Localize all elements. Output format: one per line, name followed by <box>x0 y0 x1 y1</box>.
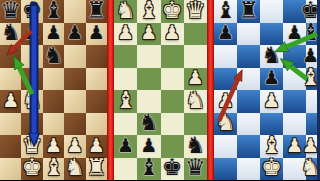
red-divider-right <box>207 0 214 180</box>
square: ♟ <box>214 90 237 113</box>
square <box>114 158 137 181</box>
square <box>214 158 237 181</box>
square: ♜ <box>86 0 107 23</box>
white-king-piece: ♚ <box>21 157 42 180</box>
white-pawn-piece: ♟ <box>0 89 21 112</box>
square <box>283 158 306 181</box>
square <box>237 158 260 181</box>
white-rook-piece: ♜ <box>86 157 107 180</box>
square <box>237 68 260 91</box>
square <box>64 45 85 68</box>
left-board: ♛♚♝♜♞♟♟♟♟♞♟♞♛♟♟♟♚♝♞♜ <box>0 0 107 180</box>
black-knight-piece: ♞ <box>137 112 160 135</box>
square <box>237 135 260 158</box>
white-king-piece: ♚ <box>161 0 184 22</box>
square <box>161 135 184 158</box>
middle-board-panel: ♞♝♚♛♟♟♟♟♝♞♞♟♟♞♝♚♛ <box>114 0 207 180</box>
square: ♟ <box>64 23 85 46</box>
square <box>21 68 42 91</box>
square: ♜ <box>237 0 260 23</box>
square <box>137 45 160 68</box>
white-bishop-piece: ♝ <box>260 134 283 157</box>
square: ♟ <box>86 23 107 46</box>
square <box>260 113 283 136</box>
square <box>184 113 207 136</box>
square <box>86 45 107 68</box>
white-pawn-piece: ♟ <box>283 134 306 157</box>
square <box>260 0 283 23</box>
chess-openings-thumbnail: ♛♚♝♜♞♟♟♟♟♞♟♞♛♟♟♟♚♝♞♜ ♞♝♚♛♟♟♟♟♝♞♞♟♟♞♝♚♛ ♝… <box>0 0 320 180</box>
square: ♟ <box>161 23 184 46</box>
black-knight-piece: ♞ <box>260 44 283 67</box>
black-queen-piece: ♛ <box>0 0 21 22</box>
square: ♞ <box>184 135 207 158</box>
red-divider-left <box>107 0 114 180</box>
black-king-piece: ♚ <box>21 0 42 22</box>
square: ♝ <box>114 90 137 113</box>
square: ♞ <box>43 45 64 68</box>
square <box>184 23 207 46</box>
black-bishop-piece: ♝ <box>214 0 237 22</box>
square: ♟ <box>21 23 42 46</box>
square <box>0 68 21 91</box>
square: ♞ <box>214 113 237 136</box>
square <box>237 113 260 136</box>
black-pawn-piece: ♟ <box>260 67 283 90</box>
black-knight-piece: ♞ <box>0 22 21 45</box>
square: ♟ <box>260 68 283 91</box>
square <box>283 0 306 23</box>
square <box>214 68 237 91</box>
black-pawn-piece: ♟ <box>43 22 64 45</box>
square: ♜ <box>86 158 107 181</box>
black-bishop-piece: ♝ <box>137 157 160 180</box>
square: ♟ <box>43 135 64 158</box>
square: ♞ <box>64 158 85 181</box>
square <box>137 68 160 91</box>
white-knight-piece: ♞ <box>114 0 137 22</box>
black-pawn-piece: ♟ <box>214 22 237 45</box>
square <box>43 68 64 91</box>
square <box>86 113 107 136</box>
square: ♟ <box>114 23 137 46</box>
square <box>260 23 283 46</box>
black-knight-piece: ♞ <box>184 134 207 157</box>
square: ♟ <box>283 135 306 158</box>
square <box>0 113 21 136</box>
square <box>114 45 137 68</box>
square <box>161 45 184 68</box>
square <box>237 45 260 68</box>
square: ♝ <box>214 0 237 23</box>
white-pawn-piece: ♟ <box>184 67 207 90</box>
square: ♛ <box>21 135 42 158</box>
white-queen-piece: ♛ <box>184 0 207 22</box>
square <box>114 113 137 136</box>
square: ♟ <box>260 90 283 113</box>
square: ♚ <box>260 158 283 181</box>
square: ♞ <box>21 90 42 113</box>
black-pawn-piece: ♟ <box>283 22 306 45</box>
black-knight-piece: ♞ <box>43 44 64 67</box>
square: ♚ <box>21 158 42 181</box>
square <box>283 68 306 91</box>
black-pawn-piece: ♟ <box>21 22 42 45</box>
square: ♟ <box>43 23 64 46</box>
square: ♝ <box>43 158 64 181</box>
white-pawn-piece: ♟ <box>114 22 137 45</box>
square <box>64 68 85 91</box>
white-bishop-piece: ♝ <box>137 0 160 22</box>
square: ♟ <box>114 135 137 158</box>
white-pawn-piece: ♟ <box>64 134 85 157</box>
square: ♞ <box>260 45 283 68</box>
square <box>43 90 64 113</box>
square <box>86 90 107 113</box>
black-queen-piece: ♛ <box>184 157 207 180</box>
square: ♚ <box>161 0 184 23</box>
white-pawn-piece: ♟ <box>137 22 160 45</box>
black-rook-piece: ♜ <box>86 0 107 22</box>
square <box>86 68 107 91</box>
square <box>114 68 137 91</box>
square <box>161 68 184 91</box>
square <box>237 23 260 46</box>
white-bishop-piece: ♝ <box>114 89 137 112</box>
square: ♞ <box>184 90 207 113</box>
white-pawn-piece: ♟ <box>260 89 283 112</box>
square <box>0 135 21 158</box>
square: ♛ <box>184 158 207 181</box>
white-king-piece: ♚ <box>260 157 283 180</box>
square <box>283 113 306 136</box>
middle-board: ♞♝♚♛♟♟♟♟♝♞♞♟♟♞♝♚♛ <box>114 0 207 180</box>
square: ♚ <box>21 0 42 23</box>
square <box>21 113 42 136</box>
square: ♝ <box>260 135 283 158</box>
white-knight-piece: ♞ <box>64 157 85 180</box>
square <box>0 45 21 68</box>
square: ♟ <box>184 68 207 91</box>
black-rook-piece: ♜ <box>237 0 260 22</box>
right-board-panel: ♝♜♚♟♟♝♞♟♟♝♟♟♞♝♟♟♚♞ <box>214 0 320 180</box>
square: ♞ <box>114 0 137 23</box>
square <box>214 45 237 68</box>
square: ♟ <box>137 23 160 46</box>
square: ♛ <box>184 0 207 23</box>
right-board: ♝♜♚♟♟♝♞♟♟♝♟♟♞♝♟♟♚♞ <box>214 0 320 180</box>
white-knight-piece: ♞ <box>21 89 42 112</box>
square <box>283 45 306 68</box>
black-pawn-piece: ♟ <box>114 134 137 157</box>
black-pawn-piece: ♟ <box>64 22 85 45</box>
square <box>64 90 85 113</box>
black-pawn-piece: ♟ <box>137 134 160 157</box>
square <box>43 113 64 136</box>
black-bishop-piece: ♝ <box>43 0 64 22</box>
white-pawn-piece: ♟ <box>161 22 184 45</box>
square: ♟ <box>64 135 85 158</box>
square: ♞ <box>137 113 160 136</box>
square: ♟ <box>86 135 107 158</box>
square <box>184 45 207 68</box>
square <box>21 45 42 68</box>
white-pawn-piece: ♟ <box>214 89 237 112</box>
square <box>214 135 237 158</box>
square <box>161 113 184 136</box>
white-knight-piece: ♞ <box>214 112 237 135</box>
left-board-panel: ♛♚♝♜♞♟♟♟♟♞♟♞♛♟♟♟♚♝♞♜ <box>0 0 107 180</box>
square <box>0 158 21 181</box>
white-pawn-piece: ♟ <box>86 134 107 157</box>
white-knight-piece: ♞ <box>184 89 207 112</box>
square <box>137 90 160 113</box>
square: ♝ <box>137 158 160 181</box>
square: ♟ <box>137 135 160 158</box>
square: ♝ <box>137 0 160 23</box>
white-bishop-piece: ♝ <box>43 157 64 180</box>
square <box>64 113 85 136</box>
square: ♞ <box>0 23 21 46</box>
square: ♝ <box>43 0 64 23</box>
square: ♛ <box>0 0 21 23</box>
square: ♚ <box>161 158 184 181</box>
square <box>161 90 184 113</box>
square: ♟ <box>283 23 306 46</box>
black-king-piece: ♚ <box>161 157 184 180</box>
white-queen-piece: ♛ <box>21 134 42 157</box>
black-pawn-piece: ♟ <box>86 22 107 45</box>
square: ♟ <box>214 23 237 46</box>
white-pawn-piece: ♟ <box>43 134 64 157</box>
square <box>283 90 306 113</box>
square: ♟ <box>0 90 21 113</box>
square <box>237 90 260 113</box>
square <box>64 0 85 23</box>
